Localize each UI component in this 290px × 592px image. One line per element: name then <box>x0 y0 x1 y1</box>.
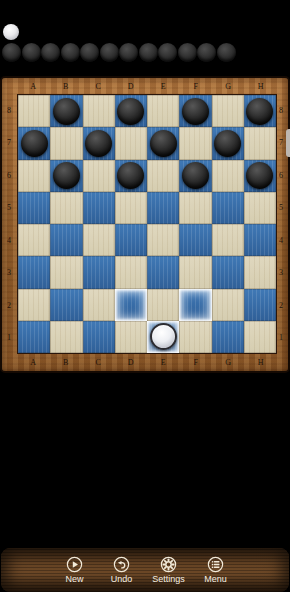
menu-button-label: Menu <box>204 575 227 584</box>
bottom-file-labels: ABCDEFGH <box>17 354 277 371</box>
square-D6[interactable] <box>115 160 147 192</box>
file-label-A: A <box>17 78 50 94</box>
toolbar: New Undo <box>1 548 289 592</box>
square-G3[interactable] <box>212 256 244 288</box>
square-D8[interactable] <box>115 95 147 127</box>
settings-button[interactable]: Settings <box>152 556 186 584</box>
square-G8[interactable] <box>212 95 244 127</box>
black-piece-B6[interactable] <box>53 162 80 189</box>
square-C2[interactable] <box>83 289 115 321</box>
file-label-F: F <box>180 354 213 371</box>
square-H6[interactable] <box>244 160 276 192</box>
square-F4[interactable] <box>179 224 211 256</box>
black-piece-B8[interactable] <box>53 98 80 125</box>
square-E4[interactable] <box>147 224 179 256</box>
square-B8[interactable] <box>50 95 82 127</box>
square-G5[interactable] <box>212 192 244 224</box>
black-piece-F8[interactable] <box>182 98 209 125</box>
square-C5[interactable] <box>83 192 115 224</box>
square-E2[interactable] <box>147 289 179 321</box>
square-A3[interactable] <box>18 256 50 288</box>
tray-black-piece <box>2 43 21 62</box>
square-B4[interactable] <box>50 224 82 256</box>
left-rank-labels: 87654321 <box>2 94 16 354</box>
app-screen: ABCDEFGH ABCDEFGH 87654321 87654321 New <box>0 0 290 592</box>
square-A1[interactable] <box>18 321 50 353</box>
new-button-label: New <box>65 575 83 584</box>
file-label-G: G <box>212 354 245 371</box>
settings-button-label: Settings <box>152 575 185 584</box>
square-E1[interactable] <box>147 321 179 353</box>
square-F1[interactable] <box>179 321 211 353</box>
undo-icon <box>113 556 130 573</box>
black-piece-E7[interactable] <box>150 130 177 157</box>
captured-black-tray <box>2 43 236 62</box>
square-C1[interactable] <box>83 321 115 353</box>
square-G2[interactable] <box>212 289 244 321</box>
square-D7[interactable] <box>115 127 147 159</box>
black-piece-C7[interactable] <box>85 130 112 157</box>
top-file-labels: ABCDEFGH <box>17 78 277 94</box>
board-grid <box>17 94 277 354</box>
black-piece-D8[interactable] <box>117 98 144 125</box>
black-piece-D6[interactable] <box>117 162 144 189</box>
tray-black-piece <box>217 43 236 62</box>
black-piece-G7[interactable] <box>214 130 241 157</box>
square-B2[interactable] <box>50 289 82 321</box>
undo-button[interactable]: Undo <box>105 556 139 584</box>
tray-black-piece <box>80 43 99 62</box>
black-piece-F6[interactable] <box>182 162 209 189</box>
rank-label-8: 8 <box>2 94 16 127</box>
square-B5[interactable] <box>50 192 82 224</box>
file-label-H: H <box>245 78 278 94</box>
file-label-F: F <box>180 78 213 94</box>
square-F5[interactable] <box>179 192 211 224</box>
rank-label-5: 5 <box>2 192 16 225</box>
square-D5[interactable] <box>115 192 147 224</box>
file-label-C: C <box>82 78 115 94</box>
file-label-B: B <box>50 78 83 94</box>
tray-black-piece <box>197 43 216 62</box>
square-A2[interactable] <box>18 289 50 321</box>
black-piece-H6[interactable] <box>246 162 273 189</box>
black-piece-A7[interactable] <box>21 130 48 157</box>
square-C4[interactable] <box>83 224 115 256</box>
rank-label-6: 6 <box>2 159 16 192</box>
square-A5[interactable] <box>18 192 50 224</box>
file-label-E: E <box>147 78 180 94</box>
black-piece-H8[interactable] <box>246 98 273 125</box>
square-G1[interactable] <box>212 321 244 353</box>
square-A4[interactable] <box>18 224 50 256</box>
square-D3[interactable] <box>115 256 147 288</box>
square-G6[interactable] <box>212 160 244 192</box>
square-E8[interactable] <box>147 95 179 127</box>
square-B7[interactable] <box>50 127 82 159</box>
square-A8[interactable] <box>18 95 50 127</box>
square-B6[interactable] <box>50 160 82 192</box>
white-piece-E1[interactable] <box>150 323 177 350</box>
square-C3[interactable] <box>83 256 115 288</box>
square-F6[interactable] <box>179 160 211 192</box>
square-E7[interactable] <box>147 127 179 159</box>
square-H8[interactable] <box>244 95 276 127</box>
new-button[interactable]: New <box>58 556 92 584</box>
tray-black-piece <box>178 43 197 62</box>
square-H3[interactable] <box>244 256 276 288</box>
checkers-board: ABCDEFGH ABCDEFGH 87654321 87654321 <box>0 76 290 373</box>
file-label-A: A <box>17 354 50 371</box>
tray-black-piece <box>100 43 119 62</box>
file-label-D: D <box>115 354 148 371</box>
square-D4[interactable] <box>115 224 147 256</box>
tray-black-piece <box>139 43 158 62</box>
square-B1[interactable] <box>50 321 82 353</box>
tray-black-piece <box>119 43 138 62</box>
square-E3[interactable] <box>147 256 179 288</box>
tray-black-piece <box>41 43 60 62</box>
square-F2[interactable] <box>179 289 211 321</box>
file-label-G: G <box>212 78 245 94</box>
square-H4[interactable] <box>244 224 276 256</box>
square-H5[interactable] <box>244 192 276 224</box>
square-G7[interactable] <box>212 127 244 159</box>
menu-button[interactable]: Menu <box>199 556 233 584</box>
gear-icon <box>160 556 177 573</box>
square-H1[interactable] <box>244 321 276 353</box>
captured-white-tray <box>3 24 19 40</box>
square-H7[interactable] <box>244 127 276 159</box>
square-A6[interactable] <box>18 160 50 192</box>
square-C7[interactable] <box>83 127 115 159</box>
rank-label-7: 7 <box>2 127 16 160</box>
play-icon <box>66 556 83 573</box>
rank-label-4: 4 <box>2 224 16 257</box>
screen-edge-handle[interactable] <box>286 129 290 157</box>
square-F7[interactable] <box>179 127 211 159</box>
list-icon <box>207 556 224 573</box>
square-E5[interactable] <box>147 192 179 224</box>
tray-white-piece <box>3 24 19 40</box>
file-label-C: C <box>82 354 115 371</box>
undo-button-label: Undo <box>111 575 133 584</box>
square-H2[interactable] <box>244 289 276 321</box>
square-F3[interactable] <box>179 256 211 288</box>
square-C6[interactable] <box>83 160 115 192</box>
rank-label-1: 1 <box>2 322 16 355</box>
square-D1[interactable] <box>115 321 147 353</box>
tray-black-piece <box>22 43 41 62</box>
rank-label-2: 2 <box>2 289 16 322</box>
square-A7[interactable] <box>18 127 50 159</box>
file-label-B: B <box>50 354 83 371</box>
tray-black-piece <box>61 43 80 62</box>
rank-label-3: 3 <box>2 257 16 290</box>
square-E6[interactable] <box>147 160 179 192</box>
file-label-H: H <box>245 354 278 371</box>
file-label-D: D <box>115 78 148 94</box>
square-C8[interactable] <box>83 95 115 127</box>
square-D2[interactable] <box>115 289 147 321</box>
file-label-E: E <box>147 354 180 371</box>
square-F8[interactable] <box>179 95 211 127</box>
tray-black-piece <box>158 43 177 62</box>
square-G4[interactable] <box>212 224 244 256</box>
square-B3[interactable] <box>50 256 82 288</box>
